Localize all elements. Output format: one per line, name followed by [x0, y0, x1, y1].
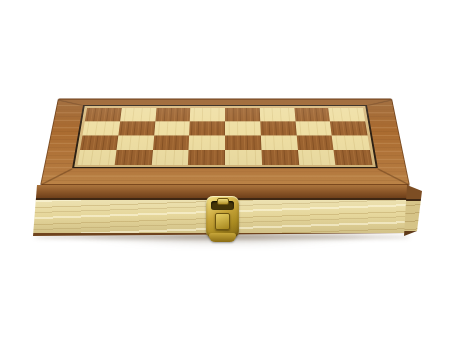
board-square — [189, 121, 225, 135]
board-square — [114, 150, 152, 165]
board-square — [225, 121, 261, 135]
board-square — [116, 135, 153, 150]
board-square — [225, 108, 260, 122]
frame-miter-front-right — [377, 168, 409, 185]
frame-miter-back-right — [366, 100, 391, 107]
board-square — [78, 150, 117, 165]
board-square — [153, 135, 190, 150]
board-inlay-border — [72, 105, 378, 168]
chess-box-right-face — [404, 185, 423, 237]
board-square — [225, 150, 262, 165]
board-square — [261, 135, 298, 150]
product-photo-stage — [0, 0, 450, 338]
board-square — [85, 108, 122, 122]
board-square — [328, 108, 365, 122]
board-square — [225, 135, 261, 150]
board-square — [80, 135, 118, 150]
board-square — [297, 150, 335, 165]
latch-bottom-lip — [209, 233, 236, 242]
board-square — [190, 108, 225, 122]
board-square — [296, 135, 333, 150]
board-square — [330, 121, 367, 135]
board-square — [294, 108, 330, 122]
board-square — [151, 150, 189, 165]
chess-box-lid-top — [40, 98, 410, 186]
board-square — [260, 121, 296, 135]
board-square — [120, 108, 156, 122]
board-square — [261, 150, 299, 165]
brass-latch — [206, 196, 239, 242]
board-square — [118, 121, 155, 135]
latch-tongue — [215, 213, 230, 230]
checkerboard — [78, 108, 373, 165]
frame-miter-back-left — [58, 100, 83, 107]
board-square — [332, 135, 370, 150]
board-square — [189, 135, 225, 150]
board-square — [154, 121, 190, 135]
latch-hinge-tab — [217, 198, 229, 205]
board-square — [259, 108, 295, 122]
board-square — [82, 121, 119, 135]
board-square — [155, 108, 191, 122]
board-square — [188, 150, 225, 165]
board-square — [334, 150, 373, 165]
frame-miter-front-left — [41, 168, 73, 185]
board-square — [295, 121, 332, 135]
